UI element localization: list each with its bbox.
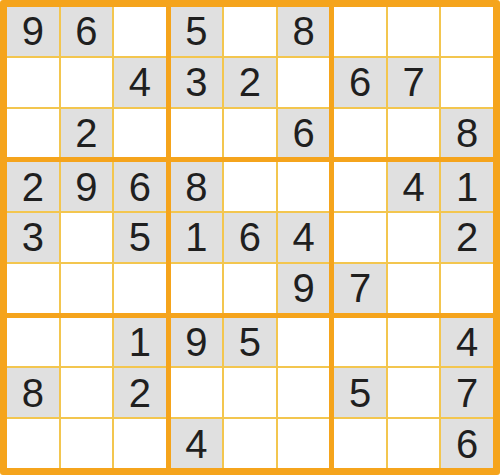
cell-r4c8[interactable]: 4 <box>388 162 440 211</box>
cell-r4c7[interactable] <box>334 162 386 211</box>
cell-r7c9[interactable]: 4 <box>441 318 493 367</box>
cell-r9c8[interactable] <box>388 419 440 468</box>
cell-r5c1[interactable]: 3 <box>7 213 59 262</box>
cell-r8c5[interactable] <box>224 368 276 417</box>
cell-r5c6[interactable]: 4 <box>278 213 330 262</box>
cell-r6c9[interactable] <box>441 264 493 313</box>
cell-r1c1[interactable]: 9 <box>7 7 59 56</box>
cell-r2c7[interactable]: 6 <box>334 58 386 107</box>
cell-r5c4[interactable]: 1 <box>171 213 223 262</box>
cell-r2c3[interactable]: 4 <box>114 58 166 107</box>
cell-r2c5[interactable]: 2 <box>224 58 276 107</box>
cell-r5c2[interactable] <box>61 213 113 262</box>
cell-r9c7[interactable] <box>334 419 386 468</box>
cell-r4c6[interactable] <box>278 162 330 211</box>
cell-r9c4[interactable]: 4 <box>171 419 223 468</box>
cell-r7c4[interactable]: 9 <box>171 318 223 367</box>
cell-r8c8[interactable] <box>388 368 440 417</box>
cell-r4c3[interactable]: 6 <box>114 162 166 211</box>
box-1-2: 58326 <box>171 7 330 157</box>
cell-r8c1[interactable]: 8 <box>7 368 59 417</box>
cell-r2c6[interactable] <box>278 58 330 107</box>
cell-r3c7[interactable] <box>334 109 386 158</box>
cell-r7c1[interactable] <box>7 318 59 367</box>
cell-r8c2[interactable] <box>61 368 113 417</box>
cell-r5c3[interactable]: 5 <box>114 213 166 262</box>
cell-r1c5[interactable] <box>224 7 276 56</box>
cell-r4c2[interactable]: 9 <box>61 162 113 211</box>
cell-r4c5[interactable] <box>224 162 276 211</box>
cell-r7c5[interactable]: 5 <box>224 318 276 367</box>
cell-r4c1[interactable]: 2 <box>7 162 59 211</box>
cell-r2c4[interactable]: 3 <box>171 58 223 107</box>
cell-r7c2[interactable] <box>61 318 113 367</box>
cell-r2c2[interactable] <box>61 58 113 107</box>
box-1-1: 9642 <box>7 7 166 157</box>
box-3-3: 4576 <box>334 318 493 468</box>
cell-r8c4[interactable] <box>171 368 223 417</box>
cell-r2c9[interactable] <box>441 58 493 107</box>
cell-r2c1[interactable] <box>7 58 59 107</box>
cell-r6c2[interactable] <box>61 264 113 313</box>
cell-r9c5[interactable] <box>224 419 276 468</box>
cell-r1c7[interactable] <box>334 7 386 56</box>
box-2-3: 4127 <box>334 162 493 312</box>
cell-r7c7[interactable] <box>334 318 386 367</box>
cell-r5c8[interactable] <box>388 213 440 262</box>
box-2-1: 29635 <box>7 162 166 312</box>
cell-r6c8[interactable] <box>388 264 440 313</box>
cell-r9c3[interactable] <box>114 419 166 468</box>
cell-r2c8[interactable]: 7 <box>388 58 440 107</box>
cell-r6c5[interactable] <box>224 264 276 313</box>
cell-r9c9[interactable]: 6 <box>441 419 493 468</box>
box-3-2: 954 <box>171 318 330 468</box>
cell-r6c7[interactable]: 7 <box>334 264 386 313</box>
cell-r1c8[interactable] <box>388 7 440 56</box>
cell-r9c1[interactable] <box>7 419 59 468</box>
cell-r7c3[interactable]: 1 <box>114 318 166 367</box>
cell-r9c2[interactable] <box>61 419 113 468</box>
cell-r5c7[interactable] <box>334 213 386 262</box>
cell-r7c8[interactable] <box>388 318 440 367</box>
cell-r1c6[interactable]: 8 <box>278 7 330 56</box>
box-1-3: 678 <box>334 7 493 157</box>
cell-r3c5[interactable] <box>224 109 276 158</box>
cell-r4c4[interactable]: 8 <box>171 162 223 211</box>
cell-r1c4[interactable]: 5 <box>171 7 223 56</box>
cell-r6c6[interactable]: 9 <box>278 264 330 313</box>
cell-r6c4[interactable] <box>171 264 223 313</box>
cell-r8c6[interactable] <box>278 368 330 417</box>
cell-r8c9[interactable]: 7 <box>441 368 493 417</box>
cell-r3c2[interactable]: 2 <box>61 109 113 158</box>
box-2-2: 81649 <box>171 162 330 312</box>
cell-r3c6[interactable]: 6 <box>278 109 330 158</box>
cell-r8c7[interactable]: 5 <box>334 368 386 417</box>
cell-r9c6[interactable] <box>278 419 330 468</box>
cell-r3c3[interactable] <box>114 109 166 158</box>
cell-r3c1[interactable] <box>7 109 59 158</box>
cell-r6c3[interactable] <box>114 264 166 313</box>
cell-r3c8[interactable] <box>388 109 440 158</box>
cell-r1c9[interactable] <box>441 7 493 56</box>
sudoku-board: 964258326678296358164941271829544576 <box>0 0 500 475</box>
cell-r5c5[interactable]: 6 <box>224 213 276 262</box>
cell-r5c9[interactable]: 2 <box>441 213 493 262</box>
cell-r6c1[interactable] <box>7 264 59 313</box>
cell-r1c2[interactable]: 6 <box>61 7 113 56</box>
cell-r4c9[interactable]: 1 <box>441 162 493 211</box>
cell-r7c6[interactable] <box>278 318 330 367</box>
cell-r8c3[interactable]: 2 <box>114 368 166 417</box>
box-3-1: 182 <box>7 318 166 468</box>
cell-r3c9[interactable]: 8 <box>441 109 493 158</box>
cell-r3c4[interactable] <box>171 109 223 158</box>
cell-r1c3[interactable] <box>114 7 166 56</box>
